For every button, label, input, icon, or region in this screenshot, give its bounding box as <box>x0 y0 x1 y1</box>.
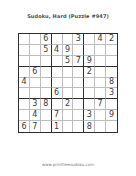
sudoku-cell-r2c9[interactable] <box>106 45 117 56</box>
sudoku-cell-r1c8: 4 <box>95 34 106 45</box>
given-digit: 8 <box>43 100 48 108</box>
given-digit: 4 <box>32 111 37 119</box>
sudoku-cell-r1c9: 2 <box>106 34 117 45</box>
sudoku-cell-r2c8[interactable] <box>95 45 106 56</box>
given-digit: 2 <box>65 100 70 108</box>
sudoku-cell-r3c3[interactable] <box>41 56 52 67</box>
given-digit: 7 <box>32 123 37 131</box>
sudoku-cell-r5c4[interactable] <box>52 78 63 89</box>
given-digit: 4 <box>21 78 26 86</box>
sudoku-cell-r8c4: 7 <box>52 110 63 121</box>
sudoku-cell-r5c9: 8 <box>106 78 117 89</box>
sudoku-cell-r9c7: 8 <box>84 121 95 132</box>
sudoku-cell-r5c2[interactable] <box>30 78 41 89</box>
sudoku-cell-r7c8: 7 <box>95 99 106 110</box>
sudoku-cell-r1c3: 6 <box>41 34 52 45</box>
sudoku-cell-r3c5: 5 <box>63 56 74 67</box>
given-digit: 9 <box>87 57 92 65</box>
sudoku-cell-r1c7[interactable] <box>84 34 95 45</box>
sudoku-cell-r7c3: 8 <box>41 99 52 110</box>
sudoku-cell-r8c8[interactable] <box>95 110 106 121</box>
sudoku-cell-r8c5[interactable] <box>63 110 74 121</box>
sudoku-cell-r7c4[interactable] <box>52 99 63 110</box>
sudoku-cell-r6c4: 6 <box>52 88 63 99</box>
sudoku-cell-r4c3[interactable] <box>41 67 52 78</box>
sudoku-cell-r2c5: 9 <box>63 45 74 56</box>
sudoku-cell-r9c8[interactable] <box>95 121 106 132</box>
sudoku-cell-r4c6[interactable] <box>73 67 84 78</box>
sudoku-cell-r8c6[interactable] <box>73 110 84 121</box>
sudoku-cell-r9c1: 6 <box>19 121 30 132</box>
sudoku-cell-r1c2[interactable] <box>30 34 41 45</box>
sudoku-cell-r7c5: 2 <box>63 99 74 110</box>
sudoku-cell-r4c4[interactable] <box>52 67 63 78</box>
sudoku-cell-r7c6[interactable] <box>73 99 84 110</box>
given-digit: 3 <box>76 35 81 43</box>
sudoku-cell-r6c3[interactable] <box>41 88 52 99</box>
sudoku-cell-r6c5[interactable] <box>63 88 74 99</box>
given-digit: 2 <box>87 68 92 76</box>
sudoku-cell-r9c5[interactable] <box>63 121 74 132</box>
sudoku-cell-r5c7[interactable] <box>84 78 95 89</box>
given-digit: 2 <box>109 35 114 43</box>
sudoku-cell-r8c7: 3 <box>84 110 95 121</box>
given-digit: 9 <box>65 46 70 54</box>
sudoku-cell-r4c9[interactable] <box>106 67 117 78</box>
given-digit: 7 <box>98 100 103 108</box>
given-digit: 3 <box>32 100 37 108</box>
sudoku-cell-r4c7: 2 <box>84 67 95 78</box>
sudoku-cell-r6c1[interactable] <box>19 88 30 99</box>
sudoku-cell-r5c1: 4 <box>19 78 30 89</box>
given-digit: 6 <box>32 68 37 76</box>
sudoku-cell-r2c7[interactable] <box>84 45 95 56</box>
page-title: Sudoku, Hard (Puzzle #947) <box>0 13 136 19</box>
sudoku-cell-r1c5[interactable] <box>63 34 74 45</box>
sudoku-cell-r7c9[interactable] <box>106 99 117 110</box>
sudoku-cell-r7c1[interactable] <box>19 99 30 110</box>
sudoku-cell-r5c8[interactable] <box>95 78 106 89</box>
sudoku-cell-r9c6[interactable] <box>73 121 84 132</box>
sudoku-cell-r7c2: 3 <box>30 99 41 110</box>
footer-url: www.printfreesudoku.com <box>0 162 136 167</box>
sudoku-cell-r3c1[interactable] <box>19 56 30 67</box>
given-digit: 7 <box>54 111 59 119</box>
given-digit: 6 <box>21 123 26 131</box>
sudoku-cell-r3c4[interactable] <box>52 56 63 67</box>
sudoku-cell-r8c1[interactable] <box>19 110 30 121</box>
sudoku-cell-r4c5[interactable] <box>63 67 74 78</box>
sudoku-cell-r9c4: 1 <box>52 121 63 132</box>
sudoku-cell-r1c1[interactable] <box>19 34 30 45</box>
sudoku-cell-r5c5[interactable] <box>63 78 74 89</box>
given-digit: 5 <box>43 46 48 54</box>
given-digit: 8 <box>109 78 114 86</box>
sudoku-cell-r2c6[interactable] <box>73 45 84 56</box>
sudoku-sheet: Sudoku, Hard (Puzzle #947) 6342549579624… <box>0 0 136 176</box>
sudoku-cell-r2c2[interactable] <box>30 45 41 56</box>
sudoku-cell-r4c1[interactable] <box>19 67 30 78</box>
sudoku-board: 6342549579624863382747396718 <box>18 33 118 133</box>
sudoku-cell-r8c9: 9 <box>106 110 117 121</box>
given-digit: 3 <box>87 111 92 119</box>
sudoku-cell-r3c2[interactable] <box>30 56 41 67</box>
sudoku-cell-r4c2: 6 <box>30 67 41 78</box>
sudoku-cell-r1c4[interactable] <box>52 34 63 45</box>
sudoku-cell-r7c7[interactable] <box>84 99 95 110</box>
sudoku-cell-r3c8[interactable] <box>95 56 106 67</box>
given-digit: 9 <box>109 111 114 119</box>
sudoku-cell-r9c2: 7 <box>30 121 41 132</box>
sudoku-cell-r6c2[interactable] <box>30 88 41 99</box>
sudoku-cell-r2c4: 4 <box>52 45 63 56</box>
given-digit: 4 <box>54 46 59 54</box>
sudoku-cell-r6c6[interactable] <box>73 88 84 99</box>
sudoku-cell-r6c9: 3 <box>106 88 117 99</box>
given-digit: 3 <box>109 89 114 97</box>
sudoku-cell-r6c8[interactable] <box>95 88 106 99</box>
sudoku-cell-r4c8[interactable] <box>95 67 106 78</box>
sudoku-cell-r5c6[interactable] <box>73 78 84 89</box>
given-digit: 7 <box>76 57 81 65</box>
sudoku-cell-r2c1[interactable] <box>19 45 30 56</box>
sudoku-cell-r3c6: 7 <box>73 56 84 67</box>
sudoku-cell-r9c3[interactable] <box>41 121 52 132</box>
sudoku-cell-r3c7: 9 <box>84 56 95 67</box>
sudoku-cell-r6c7[interactable] <box>84 88 95 99</box>
sudoku-cell-r9c9[interactable] <box>106 121 117 132</box>
sudoku-cell-r8c3[interactable] <box>41 110 52 121</box>
given-digit: 5 <box>65 57 70 65</box>
sudoku-cell-r5c3[interactable] <box>41 78 52 89</box>
sudoku-cell-r8c2: 4 <box>30 110 41 121</box>
given-digit: 6 <box>43 35 48 43</box>
given-digit: 4 <box>98 35 103 43</box>
given-digit: 8 <box>87 123 92 131</box>
sudoku-cell-r1c6: 3 <box>73 34 84 45</box>
sudoku-cell-r3c9[interactable] <box>106 56 117 67</box>
sudoku-cell-r2c3: 5 <box>41 45 52 56</box>
given-digit: 6 <box>54 89 59 97</box>
given-digit: 1 <box>54 123 59 131</box>
